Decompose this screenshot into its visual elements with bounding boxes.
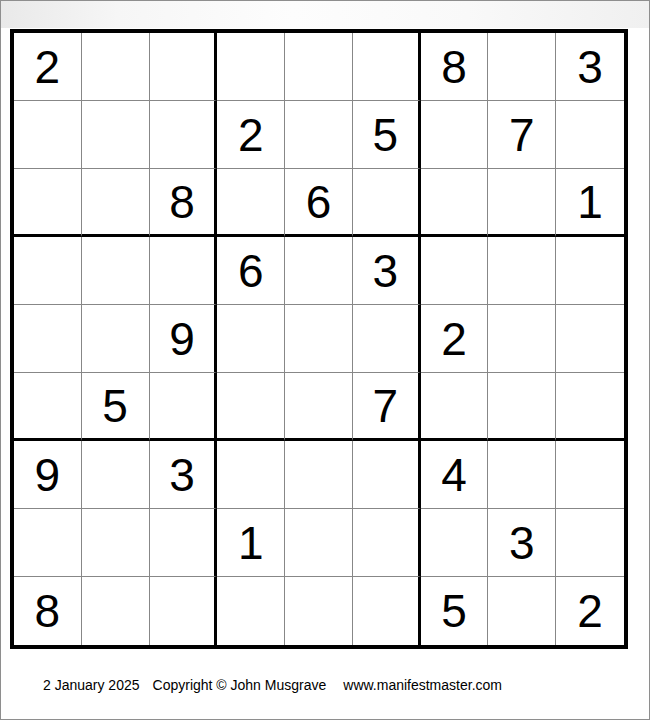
cell-r9c2[interactable] bbox=[82, 577, 150, 645]
cell-r2c4[interactable]: 2 bbox=[217, 101, 285, 169]
cell-r4c1[interactable] bbox=[14, 237, 82, 305]
footer: 2 January 2025Copyright © John Musgravew… bbox=[43, 677, 502, 693]
footer-copyright: Copyright © John Musgrave bbox=[153, 677, 327, 693]
cell-r9c9[interactable]: 2 bbox=[556, 577, 624, 645]
cell-r9c7[interactable]: 5 bbox=[421, 577, 489, 645]
cell-r8c6[interactable] bbox=[353, 509, 421, 577]
cell-r2c9[interactable] bbox=[556, 101, 624, 169]
cell-r8c2[interactable] bbox=[82, 509, 150, 577]
cell-r1c2[interactable] bbox=[82, 33, 150, 101]
cell-r7c7[interactable]: 4 bbox=[421, 441, 489, 509]
cell-r8c3[interactable] bbox=[150, 509, 218, 577]
cell-r4c6[interactable]: 3 bbox=[353, 237, 421, 305]
cell-r8c7[interactable] bbox=[421, 509, 489, 577]
cell-r9c5[interactable] bbox=[285, 577, 353, 645]
cell-r7c2[interactable] bbox=[82, 441, 150, 509]
cell-r4c2[interactable] bbox=[82, 237, 150, 305]
cell-r9c8[interactable] bbox=[488, 577, 556, 645]
cell-r4c8[interactable] bbox=[488, 237, 556, 305]
cell-r8c5[interactable] bbox=[285, 509, 353, 577]
cell-r1c4[interactable] bbox=[217, 33, 285, 101]
cell-r5c6[interactable] bbox=[353, 305, 421, 373]
cell-r1c3[interactable] bbox=[150, 33, 218, 101]
cell-r3c5[interactable]: 6 bbox=[285, 169, 353, 237]
cell-r3c1[interactable] bbox=[14, 169, 82, 237]
cell-r6c1[interactable] bbox=[14, 373, 82, 441]
cell-r3c4[interactable] bbox=[217, 169, 285, 237]
cell-r5c4[interactable] bbox=[217, 305, 285, 373]
cell-r3c6[interactable] bbox=[353, 169, 421, 237]
cell-r4c3[interactable] bbox=[150, 237, 218, 305]
cell-r7c9[interactable] bbox=[556, 441, 624, 509]
cell-r6c7[interactable] bbox=[421, 373, 489, 441]
cell-r7c4[interactable] bbox=[217, 441, 285, 509]
cell-r5c5[interactable] bbox=[285, 305, 353, 373]
cell-r3c9[interactable]: 1 bbox=[556, 169, 624, 237]
cell-r6c4[interactable] bbox=[217, 373, 285, 441]
cell-r6c5[interactable] bbox=[285, 373, 353, 441]
cell-r1c5[interactable] bbox=[285, 33, 353, 101]
cell-r7c6[interactable] bbox=[353, 441, 421, 509]
cell-r1c6[interactable] bbox=[353, 33, 421, 101]
cell-r8c1[interactable] bbox=[14, 509, 82, 577]
cell-r7c3[interactable]: 3 bbox=[150, 441, 218, 509]
cell-r3c2[interactable] bbox=[82, 169, 150, 237]
cell-r2c5[interactable] bbox=[285, 101, 353, 169]
cell-r9c6[interactable] bbox=[353, 577, 421, 645]
cell-r6c8[interactable] bbox=[488, 373, 556, 441]
cell-r7c5[interactable] bbox=[285, 441, 353, 509]
cell-r2c8[interactable]: 7 bbox=[488, 101, 556, 169]
cell-r5c8[interactable] bbox=[488, 305, 556, 373]
cell-r8c4[interactable]: 1 bbox=[217, 509, 285, 577]
cell-r2c2[interactable] bbox=[82, 101, 150, 169]
footer-website: www.manifestmaster.com bbox=[343, 677, 502, 693]
cell-r5c9[interactable] bbox=[556, 305, 624, 373]
cell-r1c9[interactable]: 3 bbox=[556, 33, 624, 101]
cell-r4c7[interactable] bbox=[421, 237, 489, 305]
cell-r1c8[interactable] bbox=[488, 33, 556, 101]
cell-r2c1[interactable] bbox=[14, 101, 82, 169]
cell-r8c8[interactable]: 3 bbox=[488, 509, 556, 577]
cell-r3c3[interactable]: 8 bbox=[150, 169, 218, 237]
cell-r6c2[interactable]: 5 bbox=[82, 373, 150, 441]
cell-r6c9[interactable] bbox=[556, 373, 624, 441]
cell-r5c3[interactable]: 9 bbox=[150, 305, 218, 373]
puzzle-page: 28325786163925793413852 2 January 2025Co… bbox=[0, 0, 650, 720]
cell-r2c6[interactable]: 5 bbox=[353, 101, 421, 169]
cell-r7c1[interactable]: 9 bbox=[14, 441, 82, 509]
cell-r3c8[interactable] bbox=[488, 169, 556, 237]
cell-r6c3[interactable] bbox=[150, 373, 218, 441]
cell-r4c4[interactable]: 6 bbox=[217, 237, 285, 305]
cell-r9c4[interactable] bbox=[217, 577, 285, 645]
cell-r7c8[interactable] bbox=[488, 441, 556, 509]
cell-r9c3[interactable] bbox=[150, 577, 218, 645]
cell-r3c7[interactable] bbox=[421, 169, 489, 237]
sudoku-board: 28325786163925793413852 bbox=[10, 29, 628, 649]
cell-r1c1[interactable]: 2 bbox=[14, 33, 82, 101]
top-strip bbox=[1, 1, 649, 28]
cell-r9c1[interactable]: 8 bbox=[14, 577, 82, 645]
cell-r5c2[interactable] bbox=[82, 305, 150, 373]
cell-r8c9[interactable] bbox=[556, 509, 624, 577]
cell-r1c7[interactable]: 8 bbox=[421, 33, 489, 101]
cell-r2c3[interactable] bbox=[150, 101, 218, 169]
cell-r4c9[interactable] bbox=[556, 237, 624, 305]
cell-r6c6[interactable]: 7 bbox=[353, 373, 421, 441]
cell-r2c7[interactable] bbox=[421, 101, 489, 169]
cell-r5c1[interactable] bbox=[14, 305, 82, 373]
cell-r5c7[interactable]: 2 bbox=[421, 305, 489, 373]
footer-date: 2 January 2025 bbox=[43, 677, 140, 693]
cell-r4c5[interactable] bbox=[285, 237, 353, 305]
